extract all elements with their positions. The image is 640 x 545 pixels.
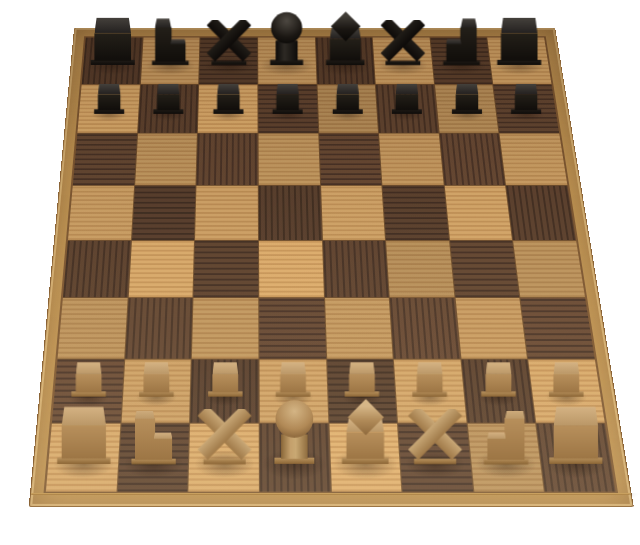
square-e5[interactable] <box>321 186 385 240</box>
square-b6[interactable] <box>135 134 197 185</box>
square-h6[interactable] <box>500 134 567 185</box>
square-f8[interactable] <box>373 38 434 84</box>
square-g8[interactable] <box>430 38 492 84</box>
square-f6[interactable] <box>379 134 443 185</box>
square-h7[interactable] <box>494 84 560 133</box>
square-e7[interactable] <box>317 84 378 133</box>
square-d7[interactable] <box>258 84 318 133</box>
square-h5[interactable] <box>506 186 575 240</box>
square-c7[interactable] <box>198 84 257 133</box>
square-g6[interactable] <box>439 134 505 185</box>
square-e6[interactable] <box>319 134 382 185</box>
square-c5[interactable] <box>195 186 258 240</box>
square-a7[interactable] <box>77 84 139 133</box>
square-h8[interactable] <box>488 38 552 84</box>
square-f7[interactable] <box>376 84 439 133</box>
square-e8[interactable] <box>315 38 375 84</box>
square-a6[interactable] <box>73 134 137 185</box>
square-d5[interactable] <box>259 186 322 240</box>
square-c6[interactable] <box>197 134 258 185</box>
square-b8[interactable] <box>141 38 200 84</box>
square-a5[interactable] <box>68 186 134 240</box>
square-g7[interactable] <box>435 84 499 133</box>
chess-photo-scene <box>0 0 640 545</box>
square-c8[interactable] <box>199 38 257 84</box>
square-b7[interactable] <box>138 84 199 133</box>
square-f5[interactable] <box>383 186 449 240</box>
square-b5[interactable] <box>132 186 196 240</box>
square-g5[interactable] <box>445 186 513 240</box>
square-d8[interactable] <box>258 38 316 84</box>
square-a8[interactable] <box>82 38 143 84</box>
square-d6[interactable] <box>258 134 319 185</box>
chess-board <box>29 28 634 508</box>
